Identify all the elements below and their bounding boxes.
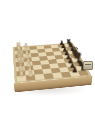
- square-h1: ♜: [17, 76, 27, 82]
- clasp-slot: [85, 64, 91, 65]
- photo-scene: ♜♟♟♜♞♟♟♞♝♟♟♝♛♟♟♛♚♟♟♚♝♟♟♝♞♟♟♞♜♟♟♜: [0, 0, 95, 126]
- square-h2: ♟: [26, 75, 36, 81]
- white-rook: ♜: [17, 71, 26, 79]
- black-pawn: ♟: [70, 67, 79, 74]
- chess-set-photo: ♜♟♟♜♞♟♟♞♝♟♟♝♛♟♟♛♚♟♟♚♝♟♟♝♞♟♟♞♜♟♟♜: [0, 0, 95, 126]
- square-h7: ♟: [69, 71, 80, 77]
- white-pawn: ♟: [26, 71, 35, 78]
- clasp-latch: [83, 61, 93, 70]
- board-grid: ♜♟♟♜♞♟♟♞♝♟♟♝♛♟♟♛♚♟♟♚♝♟♟♝♞♟♟♞♜♟♟♜: [15, 44, 89, 82]
- folding-chessboard: ♜♟♟♜♞♟♟♞♝♟♟♝♛♟♟♛♚♟♟♚♝♟♟♝♞♟♟♞♜♟♟♜: [13, 43, 92, 84]
- square-h8: ♜: [78, 70, 89, 76]
